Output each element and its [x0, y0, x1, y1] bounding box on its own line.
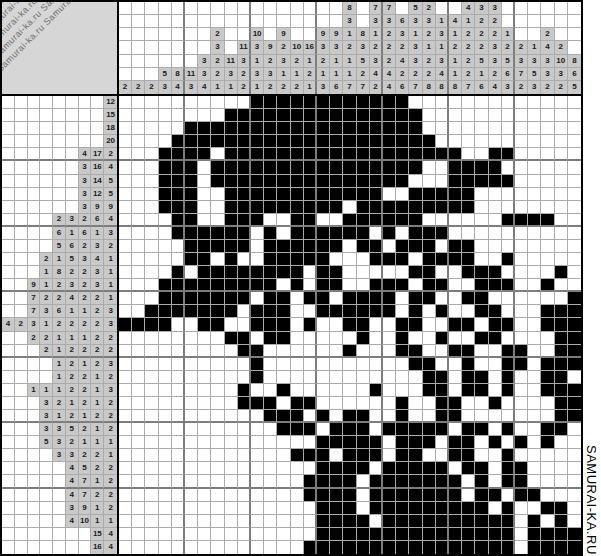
grid-cell[interactable]	[330, 528, 343, 541]
grid-cell[interactable]	[423, 96, 436, 109]
grid-cell[interactable]	[211, 436, 224, 449]
grid-cell[interactable]	[277, 449, 290, 462]
grid-cell[interactable]	[198, 318, 211, 331]
grid-cell[interactable]	[383, 122, 396, 135]
grid-cell[interactable]	[396, 502, 409, 515]
grid-cell[interactable]	[370, 502, 383, 515]
grid-cell[interactable]	[251, 384, 264, 397]
grid-cell[interactable]	[383, 161, 396, 174]
grid-cell[interactable]	[304, 528, 317, 541]
grid-cell[interactable]	[462, 201, 475, 214]
grid-cell[interactable]	[475, 135, 488, 148]
grid-cell[interactable]	[132, 502, 145, 515]
grid-cell[interactable]	[423, 345, 436, 358]
grid-cell[interactable]	[317, 332, 330, 345]
grid-cell[interactable]	[449, 292, 462, 305]
grid-cell[interactable]	[423, 227, 436, 240]
grid-cell[interactable]	[396, 332, 409, 345]
grid-cell[interactable]	[436, 305, 449, 318]
grid-cell[interactable]	[132, 214, 145, 227]
grid-cell[interactable]	[396, 305, 409, 318]
grid-cell[interactable]	[264, 475, 277, 488]
grid-cell[interactable]	[396, 371, 409, 384]
grid-cell[interactable]	[159, 201, 172, 214]
grid-cell[interactable]	[277, 122, 290, 135]
grid-cell[interactable]	[291, 515, 304, 528]
grid-cell[interactable]	[515, 148, 528, 161]
grid-cell[interactable]	[541, 292, 554, 305]
grid-cell[interactable]	[515, 240, 528, 253]
grid-cell[interactable]	[370, 227, 383, 240]
grid-cell[interactable]	[317, 148, 330, 161]
grid-cell[interactable]	[330, 332, 343, 345]
grid-cell[interactable]	[370, 489, 383, 502]
grid-cell[interactable]	[251, 475, 264, 488]
grid-cell[interactable]	[172, 489, 185, 502]
grid-cell[interactable]	[317, 135, 330, 148]
grid-cell[interactable]	[330, 227, 343, 240]
grid-cell[interactable]	[277, 397, 290, 410]
grid-cell[interactable]	[172, 515, 185, 528]
grid-cell[interactable]	[251, 148, 264, 161]
grid-cell[interactable]	[568, 266, 581, 279]
grid-cell[interactable]	[357, 305, 370, 318]
grid-cell[interactable]	[145, 161, 158, 174]
grid-cell[interactable]	[159, 410, 172, 423]
grid-cell[interactable]	[343, 371, 356, 384]
grid-cell[interactable]	[343, 358, 356, 371]
grid-cell[interactable]	[436, 266, 449, 279]
grid-cell[interactable]	[251, 292, 264, 305]
grid-cell[interactable]	[449, 397, 462, 410]
grid-cell[interactable]	[436, 541, 449, 554]
grid-cell[interactable]	[541, 135, 554, 148]
grid-cell[interactable]	[159, 528, 172, 541]
grid-cell[interactable]	[489, 318, 502, 331]
grid-cell[interactable]	[185, 436, 198, 449]
grid-cell[interactable]	[515, 188, 528, 201]
grid-cell[interactable]	[357, 292, 370, 305]
grid-cell[interactable]	[251, 135, 264, 148]
grid-cell[interactable]	[238, 96, 251, 109]
grid-cell[interactable]	[330, 266, 343, 279]
grid-cell[interactable]	[515, 436, 528, 449]
grid-cell[interactable]	[251, 227, 264, 240]
grid-cell[interactable]	[198, 475, 211, 488]
grid-cell[interactable]	[396, 96, 409, 109]
grid-cell[interactable]	[330, 135, 343, 148]
grid-cell[interactable]	[132, 279, 145, 292]
grid-cell[interactable]	[145, 96, 158, 109]
grid-cell[interactable]	[132, 240, 145, 253]
grid-cell[interactable]	[317, 397, 330, 410]
grid-cell[interactable]	[291, 528, 304, 541]
grid-cell[interactable]	[317, 305, 330, 318]
grid-cell[interactable]	[277, 489, 290, 502]
grid-cell[interactable]	[264, 384, 277, 397]
grid-cell[interactable]	[304, 109, 317, 122]
grid-cell[interactable]	[541, 122, 554, 135]
grid-cell[interactable]	[251, 436, 264, 449]
grid-cell[interactable]	[396, 449, 409, 462]
grid-cell[interactable]	[159, 188, 172, 201]
grid-cell[interactable]	[119, 384, 132, 397]
grid-cell[interactable]	[475, 253, 488, 266]
grid-cell[interactable]	[317, 371, 330, 384]
grid-cell[interactable]	[541, 410, 554, 423]
grid-cell[interactable]	[251, 161, 264, 174]
grid-cell[interactable]	[119, 188, 132, 201]
grid-cell[interactable]	[317, 240, 330, 253]
grid-cell[interactable]	[568, 305, 581, 318]
grid-cell[interactable]	[185, 528, 198, 541]
grid-cell[interactable]	[343, 528, 356, 541]
grid-cell[interactable]	[304, 384, 317, 397]
grid-cell[interactable]	[383, 410, 396, 423]
grid-cell[interactable]	[159, 515, 172, 528]
grid-cell[interactable]	[515, 266, 528, 279]
grid-cell[interactable]	[172, 449, 185, 462]
grid-cell[interactable]	[317, 358, 330, 371]
grid-cell[interactable]	[568, 214, 581, 227]
grid-cell[interactable]	[172, 279, 185, 292]
grid-cell[interactable]	[462, 305, 475, 318]
grid-cell[interactable]	[238, 122, 251, 135]
grid-cell[interactable]	[555, 528, 568, 541]
grid-cell[interactable]	[132, 358, 145, 371]
grid-cell[interactable]	[462, 345, 475, 358]
grid-cell[interactable]	[462, 253, 475, 266]
grid-cell[interactable]	[264, 201, 277, 214]
grid-cell[interactable]	[277, 279, 290, 292]
grid-cell[interactable]	[528, 135, 541, 148]
grid-cell[interactable]	[449, 96, 462, 109]
grid-cell[interactable]	[515, 502, 528, 515]
grid-cell[interactable]	[185, 240, 198, 253]
grid-cell[interactable]	[277, 266, 290, 279]
grid-cell[interactable]	[343, 462, 356, 475]
grid-cell[interactable]	[145, 266, 158, 279]
grid-cell[interactable]	[541, 371, 554, 384]
grid-cell[interactable]	[330, 462, 343, 475]
grid-cell[interactable]	[330, 305, 343, 318]
grid-cell[interactable]	[357, 318, 370, 331]
grid-cell[interactable]	[528, 475, 541, 488]
grid-cell[interactable]	[370, 96, 383, 109]
grid-cell[interactable]	[555, 201, 568, 214]
grid-cell[interactable]	[145, 462, 158, 475]
grid-cell[interactable]	[172, 423, 185, 436]
grid-cell[interactable]	[396, 410, 409, 423]
grid-cell[interactable]	[198, 148, 211, 161]
grid-cell[interactable]	[515, 227, 528, 240]
grid-cell[interactable]	[515, 397, 528, 410]
grid-cell[interactable]	[304, 318, 317, 331]
grid-cell[interactable]	[304, 201, 317, 214]
grid-cell[interactable]	[330, 292, 343, 305]
grid-cell[interactable]	[198, 423, 211, 436]
grid-cell[interactable]	[423, 541, 436, 554]
grid-cell[interactable]	[330, 502, 343, 515]
grid-cell[interactable]	[515, 175, 528, 188]
grid-cell[interactable]	[449, 423, 462, 436]
grid-cell[interactable]	[277, 502, 290, 515]
grid-cell[interactable]	[568, 96, 581, 109]
grid-cell[interactable]	[555, 502, 568, 515]
grid-cell[interactable]	[502, 266, 515, 279]
grid-cell[interactable]	[159, 489, 172, 502]
grid-cell[interactable]	[330, 358, 343, 371]
grid-cell[interactable]	[145, 345, 158, 358]
grid-cell[interactable]	[264, 109, 277, 122]
grid-cell[interactable]	[357, 423, 370, 436]
grid-cell[interactable]	[251, 515, 264, 528]
grid-cell[interactable]	[396, 240, 409, 253]
grid-cell[interactable]	[449, 345, 462, 358]
grid-cell[interactable]	[291, 227, 304, 240]
grid-cell[interactable]	[357, 345, 370, 358]
grid-cell[interactable]	[211, 161, 224, 174]
grid-cell[interactable]	[119, 515, 132, 528]
grid-cell[interactable]	[251, 266, 264, 279]
grid-cell[interactable]	[119, 358, 132, 371]
grid-cell[interactable]	[568, 148, 581, 161]
grid-cell[interactable]	[502, 502, 515, 515]
grid-cell[interactable]	[568, 475, 581, 488]
grid-cell[interactable]	[264, 502, 277, 515]
grid-cell[interactable]	[502, 188, 515, 201]
grid-cell[interactable]	[423, 318, 436, 331]
grid-cell[interactable]	[172, 384, 185, 397]
grid-cell[interactable]	[502, 109, 515, 122]
grid-cell[interactable]	[343, 292, 356, 305]
grid-cell[interactable]	[172, 528, 185, 541]
grid-cell[interactable]	[317, 318, 330, 331]
grid-cell[interactable]	[159, 279, 172, 292]
grid-cell[interactable]	[119, 332, 132, 345]
grid-cell[interactable]	[555, 188, 568, 201]
grid-cell[interactable]	[502, 318, 515, 331]
grid-cell[interactable]	[159, 502, 172, 515]
grid-cell[interactable]	[264, 515, 277, 528]
grid-cell[interactable]	[436, 318, 449, 331]
grid-cell[interactable]	[145, 502, 158, 515]
grid-cell[interactable]	[132, 292, 145, 305]
grid-cell[interactable]	[277, 292, 290, 305]
grid-cell[interactable]	[251, 188, 264, 201]
grid-cell[interactable]	[396, 358, 409, 371]
grid-cell[interactable]	[555, 96, 568, 109]
grid-cell[interactable]	[343, 175, 356, 188]
grid-cell[interactable]	[489, 240, 502, 253]
grid-cell[interactable]	[528, 201, 541, 214]
grid-cell[interactable]	[172, 266, 185, 279]
grid-cell[interactable]	[145, 515, 158, 528]
grid-cell[interactable]	[343, 502, 356, 515]
grid-cell[interactable]	[119, 148, 132, 161]
grid-cell[interactable]	[277, 515, 290, 528]
grid-cell[interactable]	[528, 528, 541, 541]
grid-cell[interactable]	[502, 371, 515, 384]
grid-cell[interactable]	[423, 135, 436, 148]
grid-cell[interactable]	[502, 397, 515, 410]
grid-cell[interactable]	[515, 318, 528, 331]
grid-cell[interactable]	[541, 397, 554, 410]
grid-cell[interactable]	[383, 436, 396, 449]
grid-cell[interactable]	[343, 332, 356, 345]
grid-cell[interactable]	[277, 96, 290, 109]
grid-cell[interactable]	[132, 318, 145, 331]
grid-cell[interactable]	[462, 227, 475, 240]
grid-cell[interactable]	[449, 436, 462, 449]
grid-cell[interactable]	[225, 96, 238, 109]
grid-cell[interactable]	[159, 227, 172, 240]
grid-cell[interactable]	[462, 541, 475, 554]
grid-cell[interactable]	[211, 148, 224, 161]
grid-cell[interactable]	[304, 292, 317, 305]
grid-cell[interactable]	[489, 122, 502, 135]
grid-cell[interactable]	[264, 345, 277, 358]
grid-cell[interactable]	[343, 214, 356, 227]
grid-cell[interactable]	[291, 358, 304, 371]
grid-cell[interactable]	[449, 240, 462, 253]
grid-cell[interactable]	[515, 489, 528, 502]
grid-cell[interactable]	[198, 436, 211, 449]
grid-cell[interactable]	[396, 384, 409, 397]
grid-cell[interactable]	[396, 475, 409, 488]
grid-cell[interactable]	[238, 462, 251, 475]
grid-cell[interactable]	[409, 161, 422, 174]
grid-cell[interactable]	[238, 515, 251, 528]
grid-cell[interactable]	[489, 214, 502, 227]
grid-cell[interactable]	[172, 541, 185, 554]
grid-cell[interactable]	[475, 332, 488, 345]
grid-cell[interactable]	[541, 188, 554, 201]
grid-cell[interactable]	[132, 345, 145, 358]
grid-cell[interactable]	[475, 161, 488, 174]
grid-cell[interactable]	[343, 188, 356, 201]
grid-cell[interactable]	[436, 410, 449, 423]
grid-cell[interactable]	[304, 240, 317, 253]
grid-cell[interactable]	[251, 528, 264, 541]
grid-cell[interactable]	[317, 292, 330, 305]
grid-cell[interactable]	[357, 148, 370, 161]
grid-cell[interactable]	[515, 541, 528, 554]
grid-cell[interactable]	[515, 515, 528, 528]
grid-cell[interactable]	[211, 175, 224, 188]
grid-cell[interactable]	[119, 122, 132, 135]
grid-cell[interactable]	[475, 292, 488, 305]
grid-cell[interactable]	[172, 227, 185, 240]
grid-cell[interactable]	[462, 96, 475, 109]
grid-cell[interactable]	[277, 227, 290, 240]
grid-cell[interactable]	[277, 371, 290, 384]
grid-cell[interactable]	[528, 214, 541, 227]
grid-cell[interactable]	[383, 345, 396, 358]
grid-cell[interactable]	[304, 305, 317, 318]
grid-cell[interactable]	[145, 358, 158, 371]
grid-cell[interactable]	[185, 318, 198, 331]
grid-cell[interactable]	[423, 423, 436, 436]
grid-cell[interactable]	[277, 436, 290, 449]
grid-cell[interactable]	[489, 305, 502, 318]
grid-cell[interactable]	[132, 371, 145, 384]
grid-cell[interactable]	[409, 201, 422, 214]
grid-cell[interactable]	[211, 279, 224, 292]
grid-cell[interactable]	[475, 475, 488, 488]
grid-cell[interactable]	[304, 122, 317, 135]
grid-cell[interactable]	[449, 279, 462, 292]
grid-cell[interactable]	[238, 161, 251, 174]
grid-cell[interactable]	[343, 201, 356, 214]
grid-cell[interactable]	[317, 214, 330, 227]
grid-cell[interactable]	[185, 489, 198, 502]
grid-cell[interactable]	[370, 475, 383, 488]
grid-cell[interactable]	[370, 214, 383, 227]
grid-cell[interactable]	[172, 188, 185, 201]
grid-cell[interactable]	[383, 462, 396, 475]
grid-cell[interactable]	[317, 528, 330, 541]
grid-cell[interactable]	[449, 161, 462, 174]
grid-cell[interactable]	[423, 489, 436, 502]
grid-cell[interactable]	[489, 253, 502, 266]
grid-cell[interactable]	[357, 515, 370, 528]
grid-cell[interactable]	[343, 109, 356, 122]
grid-cell[interactable]	[489, 332, 502, 345]
grid-cell[interactable]	[383, 279, 396, 292]
grid-cell[interactable]	[489, 397, 502, 410]
grid-cell[interactable]	[304, 502, 317, 515]
grid-cell[interactable]	[462, 122, 475, 135]
grid-cell[interactable]	[541, 96, 554, 109]
grid-cell[interactable]	[409, 528, 422, 541]
grid-cell[interactable]	[370, 358, 383, 371]
grid-cell[interactable]	[502, 489, 515, 502]
grid-cell[interactable]	[145, 423, 158, 436]
grid-cell[interactable]	[330, 240, 343, 253]
grid-cell[interactable]	[317, 161, 330, 174]
grid-cell[interactable]	[475, 227, 488, 240]
grid-cell[interactable]	[357, 188, 370, 201]
grid-cell[interactable]	[343, 489, 356, 502]
grid-cell[interactable]	[528, 502, 541, 515]
grid-cell[interactable]	[251, 122, 264, 135]
grid-cell[interactable]	[383, 371, 396, 384]
grid-cell[interactable]	[409, 410, 422, 423]
grid-cell[interactable]	[225, 515, 238, 528]
grid-cell[interactable]	[225, 175, 238, 188]
grid-cell[interactable]	[330, 515, 343, 528]
grid-cell[interactable]	[396, 279, 409, 292]
grid-cell[interactable]	[370, 161, 383, 174]
grid-cell[interactable]	[462, 161, 475, 174]
grid-cell[interactable]	[211, 201, 224, 214]
grid-cell[interactable]	[528, 449, 541, 462]
grid-cell[interactable]	[449, 515, 462, 528]
grid-cell[interactable]	[225, 135, 238, 148]
grid-cell[interactable]	[475, 214, 488, 227]
grid-cell[interactable]	[436, 397, 449, 410]
grid-cell[interactable]	[132, 96, 145, 109]
grid-cell[interactable]	[277, 253, 290, 266]
grid-cell[interactable]	[132, 148, 145, 161]
grid-cell[interactable]	[370, 462, 383, 475]
grid-cell[interactable]	[198, 345, 211, 358]
grid-cell[interactable]	[475, 266, 488, 279]
grid-cell[interactable]	[475, 528, 488, 541]
grid-cell[interactable]	[396, 109, 409, 122]
grid-cell[interactable]	[264, 423, 277, 436]
